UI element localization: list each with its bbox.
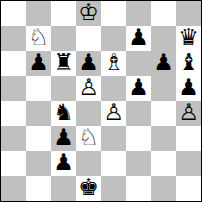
square-d2[interactable] (76, 151, 101, 176)
square-d1[interactable]: ♚ (76, 176, 101, 201)
square-c3[interactable]: ♟ (51, 126, 76, 151)
black-pawn-piece: ♟ (153, 51, 174, 75)
black-rook-piece: ♜ (53, 51, 74, 75)
square-h7[interactable]: ♛ (176, 26, 201, 51)
black-queen-piece: ♛ (178, 26, 199, 50)
square-a6[interactable] (1, 51, 26, 76)
chess-board: ♔♘♟♛♟♜♟♗♟♝♙♟♟♞♙♙♟♘♟♚ (0, 0, 202, 202)
square-f6[interactable] (126, 51, 151, 76)
square-a4[interactable] (1, 101, 26, 126)
square-e3[interactable] (101, 126, 126, 151)
square-d4[interactable] (76, 101, 101, 126)
square-e7[interactable] (101, 26, 126, 51)
black-pawn-piece: ♟ (53, 151, 74, 175)
square-a1[interactable] (1, 176, 26, 201)
white-pawn-piece: ♙ (103, 101, 124, 125)
square-f3[interactable] (126, 126, 151, 151)
square-e1[interactable] (101, 176, 126, 201)
square-a8[interactable] (1, 1, 26, 26)
square-c5[interactable] (51, 76, 76, 101)
square-g8[interactable] (151, 1, 176, 26)
square-b3[interactable] (26, 126, 51, 151)
square-d7[interactable] (76, 26, 101, 51)
white-knight-piece: ♘ (78, 126, 99, 150)
square-g5[interactable] (151, 76, 176, 101)
square-f4[interactable] (126, 101, 151, 126)
square-f7[interactable]: ♟ (126, 26, 151, 51)
white-pawn-piece: ♙ (78, 76, 99, 100)
square-e5[interactable] (101, 76, 126, 101)
black-pawn-piece: ♟ (28, 51, 49, 75)
square-g7[interactable] (151, 26, 176, 51)
square-e2[interactable] (101, 151, 126, 176)
square-h5[interactable]: ♟ (176, 76, 201, 101)
square-b7[interactable]: ♘ (26, 26, 51, 51)
black-pawn-piece: ♟ (128, 26, 149, 50)
black-pawn-piece: ♟ (178, 76, 199, 100)
square-g6[interactable]: ♟ (151, 51, 176, 76)
square-c6[interactable]: ♜ (51, 51, 76, 76)
square-f5[interactable]: ♟ (126, 76, 151, 101)
square-h1[interactable] (176, 176, 201, 201)
square-c7[interactable] (51, 26, 76, 51)
square-f8[interactable] (126, 1, 151, 26)
square-c8[interactable] (51, 1, 76, 26)
square-f2[interactable] (126, 151, 151, 176)
square-g4[interactable] (151, 101, 176, 126)
square-e4[interactable]: ♙ (101, 101, 126, 126)
square-b5[interactable] (26, 76, 51, 101)
square-g2[interactable] (151, 151, 176, 176)
square-a2[interactable] (1, 151, 26, 176)
square-e8[interactable] (101, 1, 126, 26)
square-b2[interactable] (26, 151, 51, 176)
square-a3[interactable] (1, 126, 26, 151)
black-knight-piece: ♞ (53, 101, 74, 125)
square-g3[interactable] (151, 126, 176, 151)
square-d8[interactable]: ♔ (76, 1, 101, 26)
square-b8[interactable] (26, 1, 51, 26)
white-pawn-piece: ♙ (178, 101, 199, 125)
white-knight-piece: ♘ (28, 26, 49, 50)
square-h4[interactable]: ♙ (176, 101, 201, 126)
black-king-piece: ♚ (78, 176, 99, 200)
square-b6[interactable]: ♟ (26, 51, 51, 76)
white-king-piece: ♔ (78, 1, 99, 25)
square-d6[interactable]: ♟ (76, 51, 101, 76)
square-g1[interactable] (151, 176, 176, 201)
square-h8[interactable] (176, 1, 201, 26)
square-c1[interactable] (51, 176, 76, 201)
square-b4[interactable] (26, 101, 51, 126)
black-bishop-piece: ♝ (178, 51, 199, 75)
square-h3[interactable] (176, 126, 201, 151)
square-c4[interactable]: ♞ (51, 101, 76, 126)
square-b1[interactable] (26, 176, 51, 201)
square-a7[interactable] (1, 26, 26, 51)
square-h2[interactable] (176, 151, 201, 176)
square-d5[interactable]: ♙ (76, 76, 101, 101)
square-c2[interactable]: ♟ (51, 151, 76, 176)
square-d3[interactable]: ♘ (76, 126, 101, 151)
square-e6[interactable]: ♗ (101, 51, 126, 76)
black-pawn-piece: ♟ (128, 76, 149, 100)
square-h6[interactable]: ♝ (176, 51, 201, 76)
square-a5[interactable] (1, 76, 26, 101)
black-pawn-piece: ♟ (53, 126, 74, 150)
black-pawn-piece: ♟ (78, 51, 99, 75)
square-f1[interactable] (126, 176, 151, 201)
white-bishop-piece: ♗ (103, 51, 124, 75)
